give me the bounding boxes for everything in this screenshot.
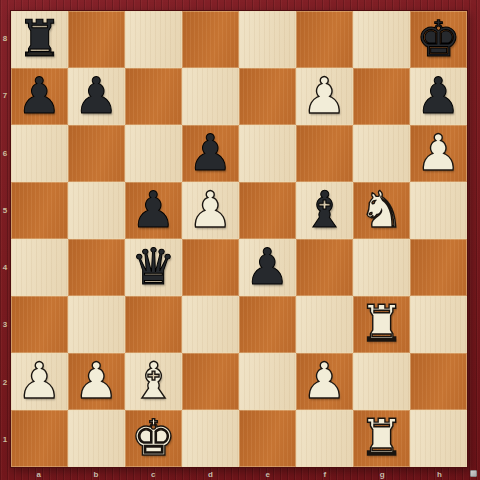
square-h4[interactable] bbox=[410, 239, 467, 296]
file-label-g: g bbox=[354, 469, 411, 480]
square-f5[interactable]: ♝ bbox=[296, 182, 353, 239]
square-b4[interactable] bbox=[68, 239, 125, 296]
rank-label-7: 7 bbox=[0, 67, 10, 124]
square-c1[interactable]: ♚ bbox=[125, 410, 182, 467]
square-h5[interactable] bbox=[410, 182, 467, 239]
file-labels: abcdefgh bbox=[10, 469, 468, 480]
square-g4[interactable] bbox=[353, 239, 410, 296]
square-f2[interactable]: ♟ bbox=[296, 353, 353, 410]
rank-label-8: 8 bbox=[0, 10, 10, 67]
square-b1[interactable] bbox=[68, 410, 125, 467]
square-g7[interactable] bbox=[353, 68, 410, 125]
white-pawn[interactable]: ♟ bbox=[302, 356, 347, 406]
black-pawn[interactable]: ♟ bbox=[74, 71, 119, 121]
square-c6[interactable] bbox=[125, 125, 182, 182]
square-h3[interactable] bbox=[410, 296, 467, 353]
square-d3[interactable] bbox=[182, 296, 239, 353]
square-b8[interactable] bbox=[68, 11, 125, 68]
file-label-c: c bbox=[125, 469, 182, 480]
square-a5[interactable] bbox=[11, 182, 68, 239]
square-e4[interactable]: ♟ bbox=[239, 239, 296, 296]
square-f7[interactable]: ♟ bbox=[296, 68, 353, 125]
square-b5[interactable] bbox=[68, 182, 125, 239]
square-b7[interactable]: ♟ bbox=[68, 68, 125, 125]
white-bishop[interactable]: ♝ bbox=[131, 356, 176, 406]
white-rook[interactable]: ♜ bbox=[359, 413, 404, 463]
chess-board[interactable]: ♜♚♟♟♟♟♟♟♟♟♝♞♛♟♜♟♟♝♟♚♜ bbox=[10, 10, 468, 468]
square-e7[interactable] bbox=[239, 68, 296, 125]
white-pawn[interactable]: ♟ bbox=[188, 185, 233, 235]
square-g3[interactable]: ♜ bbox=[353, 296, 410, 353]
square-a2[interactable]: ♟ bbox=[11, 353, 68, 410]
square-b3[interactable] bbox=[68, 296, 125, 353]
square-g1[interactable]: ♜ bbox=[353, 410, 410, 467]
square-f8[interactable] bbox=[296, 11, 353, 68]
rank-label-3: 3 bbox=[0, 296, 10, 353]
square-e6[interactable] bbox=[239, 125, 296, 182]
square-e8[interactable] bbox=[239, 11, 296, 68]
square-a7[interactable]: ♟ bbox=[11, 68, 68, 125]
square-d2[interactable] bbox=[182, 353, 239, 410]
square-e5[interactable] bbox=[239, 182, 296, 239]
white-pawn[interactable]: ♟ bbox=[416, 128, 461, 178]
square-f3[interactable] bbox=[296, 296, 353, 353]
rank-label-6: 6 bbox=[0, 125, 10, 182]
rank-label-2: 2 bbox=[0, 354, 10, 411]
square-a6[interactable] bbox=[11, 125, 68, 182]
chess-diagram: 87654321 ♜♚♟♟♟♟♟♟♟♟♝♞♛♟♜♟♟♝♟♚♜ abcdefgh bbox=[0, 0, 480, 480]
black-king[interactable]: ♚ bbox=[416, 14, 461, 64]
square-h7[interactable]: ♟ bbox=[410, 68, 467, 125]
file-label-e: e bbox=[239, 469, 296, 480]
square-f6[interactable] bbox=[296, 125, 353, 182]
square-d7[interactable] bbox=[182, 68, 239, 125]
square-h6[interactable]: ♟ bbox=[410, 125, 467, 182]
black-pawn[interactable]: ♟ bbox=[131, 185, 176, 235]
square-a1[interactable] bbox=[11, 410, 68, 467]
square-h2[interactable] bbox=[410, 353, 467, 410]
file-label-f: f bbox=[296, 469, 353, 480]
rank-label-1: 1 bbox=[0, 411, 10, 468]
square-c8[interactable] bbox=[125, 11, 182, 68]
square-b6[interactable] bbox=[68, 125, 125, 182]
white-king[interactable]: ♚ bbox=[131, 413, 176, 463]
square-h8[interactable]: ♚ bbox=[410, 11, 467, 68]
square-b2[interactable]: ♟ bbox=[68, 353, 125, 410]
square-g5[interactable]: ♞ bbox=[353, 182, 410, 239]
square-c5[interactable]: ♟ bbox=[125, 182, 182, 239]
black-pawn[interactable]: ♟ bbox=[245, 242, 290, 292]
white-pawn[interactable]: ♟ bbox=[74, 356, 119, 406]
file-label-a: a bbox=[10, 469, 67, 480]
square-h1[interactable] bbox=[410, 410, 467, 467]
square-d4[interactable] bbox=[182, 239, 239, 296]
black-pawn[interactable]: ♟ bbox=[17, 71, 62, 121]
square-c7[interactable] bbox=[125, 68, 182, 125]
black-pawn[interactable]: ♟ bbox=[416, 71, 461, 121]
square-c4[interactable]: ♛ bbox=[125, 239, 182, 296]
white-pawn[interactable]: ♟ bbox=[17, 356, 62, 406]
square-a4[interactable] bbox=[11, 239, 68, 296]
black-rook[interactable]: ♜ bbox=[17, 14, 62, 64]
rank-label-5: 5 bbox=[0, 182, 10, 239]
square-d6[interactable]: ♟ bbox=[182, 125, 239, 182]
square-c3[interactable] bbox=[125, 296, 182, 353]
black-queen[interactable]: ♛ bbox=[131, 242, 176, 292]
corner-marker bbox=[470, 470, 477, 477]
white-pawn[interactable]: ♟ bbox=[302, 71, 347, 121]
square-g6[interactable] bbox=[353, 125, 410, 182]
white-knight[interactable]: ♞ bbox=[359, 185, 404, 235]
rank-labels: 87654321 bbox=[0, 10, 10, 468]
square-a3[interactable] bbox=[11, 296, 68, 353]
square-d8[interactable] bbox=[182, 11, 239, 68]
square-g2[interactable] bbox=[353, 353, 410, 410]
square-c2[interactable]: ♝ bbox=[125, 353, 182, 410]
square-e3[interactable] bbox=[239, 296, 296, 353]
file-label-h: h bbox=[411, 469, 468, 480]
square-d5[interactable]: ♟ bbox=[182, 182, 239, 239]
square-d1[interactable] bbox=[182, 410, 239, 467]
square-f1[interactable] bbox=[296, 410, 353, 467]
square-e2[interactable] bbox=[239, 353, 296, 410]
square-e1[interactable] bbox=[239, 410, 296, 467]
rank-label-4: 4 bbox=[0, 239, 10, 296]
square-g8[interactable] bbox=[353, 11, 410, 68]
file-label-d: d bbox=[182, 469, 239, 480]
square-f4[interactable] bbox=[296, 239, 353, 296]
square-a8[interactable]: ♜ bbox=[11, 11, 68, 68]
white-rook[interactable]: ♜ bbox=[359, 299, 404, 349]
black-pawn[interactable]: ♟ bbox=[188, 128, 233, 178]
file-label-b: b bbox=[67, 469, 124, 480]
black-bishop[interactable]: ♝ bbox=[302, 185, 347, 235]
